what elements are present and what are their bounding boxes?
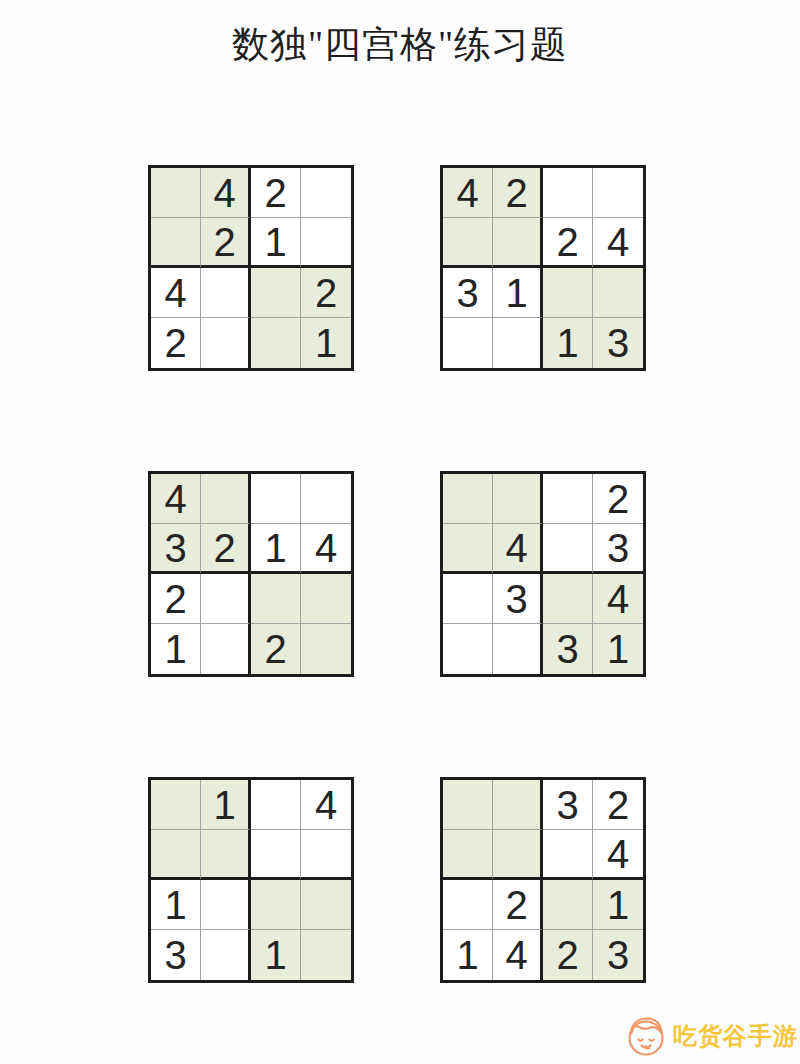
board-4-cell-r1c2[interactable] xyxy=(493,474,543,524)
board-3-cell-r3c4[interactable] xyxy=(301,574,351,624)
board-3-cell-r3c2[interactable] xyxy=(201,574,251,624)
board-5-cell-r3c2[interactable] xyxy=(201,880,251,930)
board-6-cell-r3c2: 2 xyxy=(493,880,543,930)
sudoku-board-4: 2433431 xyxy=(440,471,646,677)
board-1-cell-r1c1[interactable] xyxy=(151,168,201,218)
board-2-cell-r3c1: 3 xyxy=(443,268,493,318)
board-5-cell-r4c4[interactable] xyxy=(301,930,351,980)
board-6-cell-r3c3[interactable] xyxy=(543,880,593,930)
board-1-cell-r2c3: 1 xyxy=(251,218,301,268)
board-2-cell-r4c1[interactable] xyxy=(443,318,493,368)
board-4-cell-r2c4: 3 xyxy=(593,524,643,574)
board-6-cell-r1c4: 2 xyxy=(593,780,643,830)
board-1-cell-r4c4: 1 xyxy=(301,318,351,368)
board-1-cell-r4c2[interactable] xyxy=(201,318,251,368)
board-3-cell-r4c3: 2 xyxy=(251,624,301,674)
board-2-cell-r2c2[interactable] xyxy=(493,218,543,268)
watermark-mascot-icon xyxy=(622,1012,670,1060)
puzzle-grid-container: 42214221 42243113 43214212 2433431 14131… xyxy=(148,165,646,983)
board-1-cell-r1c3: 2 xyxy=(251,168,301,218)
board-1-cell-r4c1: 2 xyxy=(151,318,201,368)
board-3-cell-r2c2: 2 xyxy=(201,524,251,574)
board-6-cell-r1c1[interactable] xyxy=(443,780,493,830)
board-4-cell-r3c1[interactable] xyxy=(443,574,493,624)
board-3-cell-r4c4[interactable] xyxy=(301,624,351,674)
board-1-cell-r1c2: 4 xyxy=(201,168,251,218)
board-4-cell-r3c2: 3 xyxy=(493,574,543,624)
board-1-cell-r3c2[interactable] xyxy=(201,268,251,318)
board-4-cell-r2c2: 4 xyxy=(493,524,543,574)
board-6-cell-r4c4: 3 xyxy=(593,930,643,980)
board-2-cell-r2c4: 4 xyxy=(593,218,643,268)
board-2-cell-r4c4: 3 xyxy=(593,318,643,368)
board-1-cell-r3c1: 4 xyxy=(151,268,201,318)
board-6-cell-r3c1[interactable] xyxy=(443,880,493,930)
board-4-cell-r1c3[interactable] xyxy=(543,474,593,524)
board-6-cell-r1c3: 3 xyxy=(543,780,593,830)
board-4-cell-r4c1[interactable] xyxy=(443,624,493,674)
board-4-cell-r1c4: 2 xyxy=(593,474,643,524)
board-5-cell-r4c3: 1 xyxy=(251,930,301,980)
watermark-text: 吃货谷手游 xyxy=(673,1020,798,1052)
board-3-cell-r4c1: 1 xyxy=(151,624,201,674)
board-5-cell-r3c3[interactable] xyxy=(251,880,301,930)
board-1-cell-r2c1[interactable] xyxy=(151,218,201,268)
board-5-cell-r1c2: 1 xyxy=(201,780,251,830)
board-2-cell-r1c2: 2 xyxy=(493,168,543,218)
board-5-cell-r2c3[interactable] xyxy=(251,830,301,880)
board-2-cell-r3c3[interactable] xyxy=(543,268,593,318)
board-3-cell-r2c3: 1 xyxy=(251,524,301,574)
board-2-cell-r2c3: 2 xyxy=(543,218,593,268)
board-1-cell-r2c2: 2 xyxy=(201,218,251,268)
board-3-cell-r2c4: 4 xyxy=(301,524,351,574)
board-4-cell-r3c4: 4 xyxy=(593,574,643,624)
board-6-cell-r4c1: 1 xyxy=(443,930,493,980)
sudoku-board-3: 43214212 xyxy=(148,471,354,677)
board-2-cell-r1c1: 4 xyxy=(443,168,493,218)
board-3-cell-r1c1: 4 xyxy=(151,474,201,524)
board-4-cell-r2c3[interactable] xyxy=(543,524,593,574)
board-5-cell-r3c1: 1 xyxy=(151,880,201,930)
board-4-cell-r4c3: 3 xyxy=(543,624,593,674)
board-5-cell-r2c4[interactable] xyxy=(301,830,351,880)
board-4-cell-r4c2[interactable] xyxy=(493,624,543,674)
board-3-cell-r1c2[interactable] xyxy=(201,474,251,524)
board-5-cell-r1c4: 4 xyxy=(301,780,351,830)
board-3-cell-r1c3[interactable] xyxy=(251,474,301,524)
board-4-cell-r4c4: 1 xyxy=(593,624,643,674)
board-2-cell-r4c3: 1 xyxy=(543,318,593,368)
board-5-cell-r4c1: 3 xyxy=(151,930,201,980)
watermark: 吃货谷手游 xyxy=(622,1012,798,1060)
board-2-cell-r3c2: 1 xyxy=(493,268,543,318)
board-6-cell-r4c3: 2 xyxy=(543,930,593,980)
board-4-cell-r2c1[interactable] xyxy=(443,524,493,574)
board-2-cell-r1c4[interactable] xyxy=(593,168,643,218)
board-3-cell-r4c2[interactable] xyxy=(201,624,251,674)
sudoku-board-1: 42214221 xyxy=(148,165,354,371)
board-1-cell-r3c3[interactable] xyxy=(251,268,301,318)
board-1-cell-r1c4[interactable] xyxy=(301,168,351,218)
board-6-cell-r2c3[interactable] xyxy=(543,830,593,880)
board-5-cell-r3c4[interactable] xyxy=(301,880,351,930)
sudoku-board-6: 324211423 xyxy=(440,777,646,983)
sudoku-board-5: 14131 xyxy=(148,777,354,983)
board-4-cell-r1c1[interactable] xyxy=(443,474,493,524)
board-3-cell-r1c4[interactable] xyxy=(301,474,351,524)
board-5-cell-r1c3[interactable] xyxy=(251,780,301,830)
board-6-cell-r3c4: 1 xyxy=(593,880,643,930)
board-3-cell-r3c1: 2 xyxy=(151,574,201,624)
board-3-cell-r2c1: 3 xyxy=(151,524,201,574)
board-1-cell-r4c3[interactable] xyxy=(251,318,301,368)
board-5-cell-r2c1[interactable] xyxy=(151,830,201,880)
board-3-cell-r3c3[interactable] xyxy=(251,574,301,624)
board-6-cell-r2c4: 4 xyxy=(593,830,643,880)
board-2-cell-r1c3[interactable] xyxy=(543,168,593,218)
board-6-cell-r1c2[interactable] xyxy=(493,780,543,830)
sudoku-board-2: 42243113 xyxy=(440,165,646,371)
board-1-cell-r2c4[interactable] xyxy=(301,218,351,268)
board-6-cell-r4c2: 4 xyxy=(493,930,543,980)
board-4-cell-r3c3[interactable] xyxy=(543,574,593,624)
board-6-cell-r2c2[interactable] xyxy=(493,830,543,880)
board-5-cell-r4c2[interactable] xyxy=(201,930,251,980)
board-1-cell-r3c4: 2 xyxy=(301,268,351,318)
board-5-cell-r1c1[interactable] xyxy=(151,780,201,830)
board-2-cell-r2c1[interactable] xyxy=(443,218,493,268)
board-2-cell-r3c4[interactable] xyxy=(593,268,643,318)
page-title: 数独"四宫格"练习题 xyxy=(0,20,800,70)
board-5-cell-r2c2[interactable] xyxy=(201,830,251,880)
board-2-cell-r4c2[interactable] xyxy=(493,318,543,368)
board-6-cell-r2c1[interactable] xyxy=(443,830,493,880)
